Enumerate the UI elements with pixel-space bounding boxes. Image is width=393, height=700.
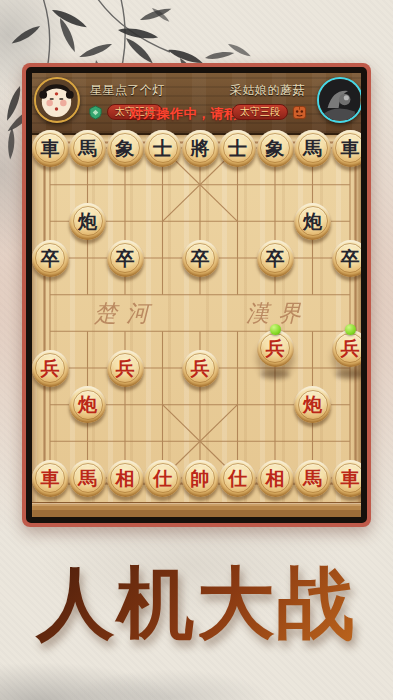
left-player-avatar[interactable] <box>34 77 80 123</box>
rank-gem-icon <box>88 105 103 120</box>
piece-black-cannon-right[interactable]: 炮 <box>294 203 331 240</box>
piece-red-soldier-2[interactable]: 兵 <box>107 350 144 387</box>
lifted-piece-shadow <box>335 370 365 379</box>
match-header: 星星点了个灯 太守三段 对方操作中，请稍后... 采姑娘的蘑菇 太守三段 <box>32 73 361 135</box>
piece-red-advisor-left[interactable]: 仕 <box>144 460 181 497</box>
piece-black-general[interactable]: 將 <box>182 130 219 167</box>
right-player-name: 采姑娘的蘑菇 <box>230 82 305 99</box>
piece-black-advisor-left[interactable]: 士 <box>144 130 181 167</box>
piece-black-soldier-2[interactable]: 卒 <box>107 240 144 277</box>
lifted-piece-shadow <box>260 370 290 379</box>
opera-face-avatar-image <box>36 79 77 120</box>
piece-red-advisor-right[interactable]: 仕 <box>219 460 256 497</box>
right-player-avatar[interactable] <box>317 77 363 123</box>
piece-red-soldier-1[interactable]: 兵 <box>32 350 69 387</box>
mode-title: 人机大战 <box>0 548 393 658</box>
game-panel-frame: 星星点了个灯 太守三段 对方操作中，请稍后... 采姑娘的蘑菇 太守三段 <box>26 67 367 523</box>
piece-black-soldier-5[interactable]: 卒 <box>332 240 368 277</box>
piece-red-cannon-right[interactable]: 炮 <box>294 386 331 423</box>
piece-black-advisor-right[interactable]: 士 <box>219 130 256 167</box>
xiangqi-board[interactable]: 楚河 漢界 車馬象士將士象馬車炮炮卒卒卒卒卒兵兵兵兵兵炮炮車馬相仕帥仕相馬車 <box>32 135 361 517</box>
piece-black-chariot-right[interactable]: 車 <box>332 130 368 167</box>
board-bottom-ledge <box>32 502 361 517</box>
grayscale-avatar-image <box>319 79 360 120</box>
piece-red-general[interactable]: 帥 <box>182 460 219 497</box>
piece-red-chariot-left[interactable]: 車 <box>32 460 69 497</box>
left-player-name: 星星点了个灯 <box>90 82 165 99</box>
piece-black-soldier-1[interactable]: 卒 <box>32 240 69 277</box>
piece-red-elephant-left[interactable]: 相 <box>107 460 144 497</box>
piece-red-elephant-right[interactable]: 相 <box>257 460 294 497</box>
piece-red-chariot-right[interactable]: 車 <box>332 460 368 497</box>
move-indicator-dot <box>345 324 356 335</box>
piece-red-horse-left[interactable]: 馬 <box>69 460 106 497</box>
game-panel: 星星点了个灯 太守三段 对方操作中，请稍后... 采姑娘的蘑菇 太守三段 <box>22 63 371 527</box>
piece-black-horse-left[interactable]: 馬 <box>69 130 106 167</box>
piece-red-horse-right[interactable]: 馬 <box>294 460 331 497</box>
piece-red-soldier-4[interactable]: 兵 <box>257 330 294 367</box>
piece-black-elephant-right[interactable]: 象 <box>257 130 294 167</box>
piece-black-chariot-left[interactable]: 車 <box>32 130 69 167</box>
mask-icon <box>292 105 307 120</box>
piece-black-soldier-3[interactable]: 卒 <box>182 240 219 277</box>
piece-black-soldier-4[interactable]: 卒 <box>257 240 294 277</box>
move-indicator-dot <box>270 324 281 335</box>
piece-black-horse-right[interactable]: 馬 <box>294 130 331 167</box>
piece-red-soldier-3[interactable]: 兵 <box>182 350 219 387</box>
piece-black-elephant-left[interactable]: 象 <box>107 130 144 167</box>
piece-red-cannon-left[interactable]: 炮 <box>69 386 106 423</box>
piece-black-cannon-left[interactable]: 炮 <box>69 203 106 240</box>
river-text-left: 楚河 <box>94 298 158 329</box>
right-player-badges: 太守三段 <box>232 104 307 120</box>
piece-red-soldier-5[interactable]: 兵 <box>332 330 368 367</box>
right-player-rank-badge: 太守三段 <box>232 104 288 120</box>
